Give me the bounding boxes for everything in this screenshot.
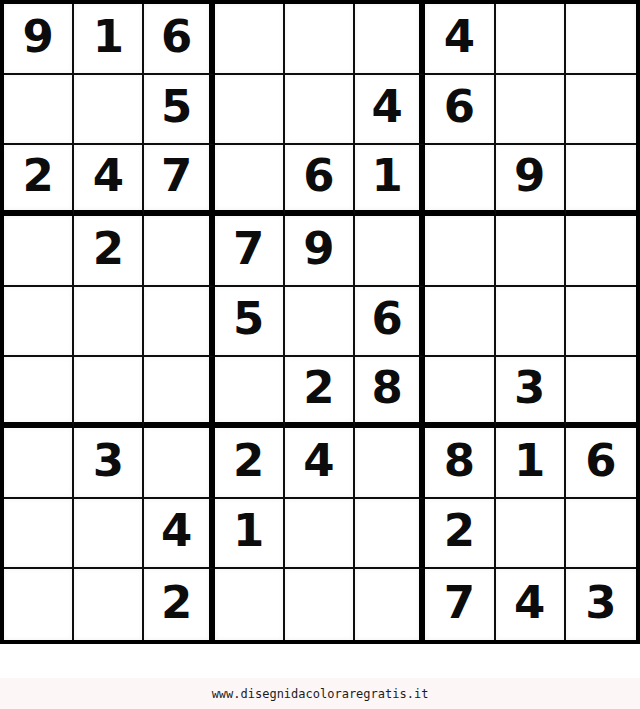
sudoku-cell-r9c7[interactable]: 7 xyxy=(425,569,495,640)
sudoku-cell-r6c3[interactable] xyxy=(144,357,214,428)
sudoku-cell-r4c2[interactable]: 2 xyxy=(74,216,144,287)
watermark-url: www.disegnidacoloraregratis.it xyxy=(212,687,429,701)
sudoku-cell-r7c9[interactable]: 6 xyxy=(566,428,636,499)
sudoku-cell-r4c4[interactable]: 7 xyxy=(215,216,285,287)
sudoku-cell-r7c8[interactable]: 1 xyxy=(496,428,566,499)
sudoku-cell-r4c8[interactable] xyxy=(496,216,566,287)
sudoku-cell-r3c7[interactable] xyxy=(425,145,495,216)
sudoku-cell-r9c2[interactable] xyxy=(74,569,144,640)
sudoku-cell-r5c3[interactable] xyxy=(144,287,214,358)
sudoku-cell-r7c6[interactable] xyxy=(355,428,425,499)
watermark-strip: www.disegnidacoloraregratis.it xyxy=(0,678,640,709)
sudoku-cell-r9c5[interactable] xyxy=(285,569,355,640)
sudoku-cell-r6c5[interactable]: 2 xyxy=(285,357,355,428)
sudoku-cell-r1c5[interactable] xyxy=(285,4,355,75)
sudoku-cell-r6c2[interactable] xyxy=(74,357,144,428)
sudoku-cell-r3c5[interactable]: 6 xyxy=(285,145,355,216)
sudoku-cell-r2c5[interactable] xyxy=(285,75,355,146)
sudoku-cell-r7c5[interactable]: 4 xyxy=(285,428,355,499)
sudoku-cell-r4c3[interactable] xyxy=(144,216,214,287)
sudoku-cell-r5c4[interactable]: 5 xyxy=(215,287,285,358)
sudoku-cell-r3c8[interactable]: 9 xyxy=(496,145,566,216)
sudoku-cell-r5c6[interactable]: 6 xyxy=(355,287,425,358)
sudoku-cell-r5c5[interactable] xyxy=(285,287,355,358)
sudoku-cell-r5c1[interactable] xyxy=(4,287,74,358)
sudoku-cell-r9c8[interactable]: 4 xyxy=(496,569,566,640)
sudoku-cell-r3c1[interactable]: 2 xyxy=(4,145,74,216)
sudoku-cell-r8c6[interactable] xyxy=(355,499,425,570)
sudoku-cell-r4c7[interactable] xyxy=(425,216,495,287)
sudoku-cell-r6c7[interactable] xyxy=(425,357,495,428)
sudoku-cell-r2c9[interactable] xyxy=(566,75,636,146)
sudoku-cell-r8c1[interactable] xyxy=(4,499,74,570)
sudoku-cell-r7c1[interactable] xyxy=(4,428,74,499)
sudoku-cell-r1c8[interactable] xyxy=(496,4,566,75)
sudoku-cell-r2c6[interactable]: 4 xyxy=(355,75,425,146)
sudoku-cell-r8c5[interactable] xyxy=(285,499,355,570)
sudoku-cell-r6c9[interactable] xyxy=(566,357,636,428)
sudoku-cell-r4c1[interactable] xyxy=(4,216,74,287)
sudoku-cell-r4c5[interactable]: 9 xyxy=(285,216,355,287)
sudoku-cell-r6c8[interactable]: 3 xyxy=(496,357,566,428)
sudoku-cell-r2c3[interactable]: 5 xyxy=(144,75,214,146)
sudoku-cell-r9c4[interactable] xyxy=(215,569,285,640)
sudoku-cell-r2c2[interactable] xyxy=(74,75,144,146)
sudoku-cell-r5c2[interactable] xyxy=(74,287,144,358)
sudoku-cell-r2c4[interactable] xyxy=(215,75,285,146)
sudoku-cell-r5c9[interactable] xyxy=(566,287,636,358)
sudoku-cell-r9c1[interactable] xyxy=(4,569,74,640)
sudoku-cell-r7c3[interactable] xyxy=(144,428,214,499)
sudoku-cell-r2c8[interactable] xyxy=(496,75,566,146)
sudoku-cell-r1c6[interactable] xyxy=(355,4,425,75)
sudoku-cell-r8c2[interactable] xyxy=(74,499,144,570)
footer-gap xyxy=(0,644,640,678)
sudoku-board: 9164546247619279562833248164122743 xyxy=(0,0,640,644)
sudoku-cell-r8c7[interactable]: 2 xyxy=(425,499,495,570)
sudoku-cell-r4c9[interactable] xyxy=(566,216,636,287)
sudoku-cell-r6c4[interactable] xyxy=(215,357,285,428)
sudoku-cell-r8c3[interactable]: 4 xyxy=(144,499,214,570)
sudoku-cell-r8c8[interactable] xyxy=(496,499,566,570)
sudoku-cell-r1c1[interactable]: 9 xyxy=(4,4,74,75)
sudoku-cell-r1c3[interactable]: 6 xyxy=(144,4,214,75)
sudoku-cell-r4c6[interactable] xyxy=(355,216,425,287)
sudoku-cell-r7c2[interactable]: 3 xyxy=(74,428,144,499)
sudoku-cell-r5c8[interactable] xyxy=(496,287,566,358)
sudoku-cell-r6c6[interactable]: 8 xyxy=(355,357,425,428)
sudoku-cell-r5c7[interactable] xyxy=(425,287,495,358)
sudoku-cell-r1c7[interactable]: 4 xyxy=(425,4,495,75)
sudoku-cell-r1c9[interactable] xyxy=(566,4,636,75)
sudoku-cell-r3c4[interactable] xyxy=(215,145,285,216)
sudoku-cell-r8c4[interactable]: 1 xyxy=(215,499,285,570)
sudoku-cell-r9c9[interactable]: 3 xyxy=(566,569,636,640)
sudoku-cell-r9c3[interactable]: 2 xyxy=(144,569,214,640)
sudoku-cell-r7c4[interactable]: 2 xyxy=(215,428,285,499)
sudoku-cell-r3c2[interactable]: 4 xyxy=(74,145,144,216)
sudoku-cell-r9c6[interactable] xyxy=(355,569,425,640)
sudoku-cell-r3c9[interactable] xyxy=(566,145,636,216)
sudoku-cell-r3c3[interactable]: 7 xyxy=(144,145,214,216)
sudoku-cell-r2c1[interactable] xyxy=(4,75,74,146)
sudoku-cell-r8c9[interactable] xyxy=(566,499,636,570)
sudoku-cell-r1c4[interactable] xyxy=(215,4,285,75)
sudoku-cell-r1c2[interactable]: 1 xyxy=(74,4,144,75)
sudoku-cell-r7c7[interactable]: 8 xyxy=(425,428,495,499)
sudoku-cell-r2c7[interactable]: 6 xyxy=(425,75,495,146)
sudoku-cell-r6c1[interactable] xyxy=(4,357,74,428)
sudoku-cell-r3c6[interactable]: 1 xyxy=(355,145,425,216)
